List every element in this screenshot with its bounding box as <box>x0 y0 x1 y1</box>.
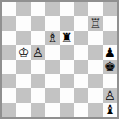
square-d6[interactable]: ♗ <box>45 31 59 45</box>
square-h4[interactable]: ♚ <box>103 60 117 74</box>
square-d5[interactable] <box>45 45 59 59</box>
square-g1[interactable] <box>88 103 102 117</box>
square-d8[interactable] <box>45 2 59 16</box>
white-bishop[interactable]: ♗ <box>46 31 58 44</box>
square-g4[interactable] <box>88 60 102 74</box>
black-bishop[interactable]: ♝ <box>104 103 116 116</box>
black-pawn[interactable]: ♟ <box>104 45 116 58</box>
square-e1[interactable] <box>60 103 74 117</box>
square-f7[interactable] <box>74 16 88 30</box>
square-h1[interactable]: ♝ <box>103 103 117 117</box>
square-e6[interactable]: ♜ <box>60 31 74 45</box>
square-c8[interactable] <box>31 2 45 16</box>
square-h5[interactable]: ♟ <box>103 45 117 59</box>
square-b3[interactable] <box>16 74 30 88</box>
square-a8[interactable] <box>2 2 16 16</box>
square-b7[interactable] <box>16 16 30 30</box>
square-e3[interactable] <box>60 74 74 88</box>
square-d7[interactable] <box>45 16 59 30</box>
square-a6[interactable] <box>2 31 16 45</box>
square-c2[interactable] <box>31 88 45 102</box>
square-e4[interactable] <box>60 60 74 74</box>
square-a7[interactable] <box>2 16 16 30</box>
square-e2[interactable] <box>60 88 74 102</box>
square-f1[interactable] <box>74 103 88 117</box>
white-pawn[interactable]: ♙ <box>32 45 44 58</box>
square-c5[interactable]: ♙ <box>31 45 45 59</box>
square-f3[interactable] <box>74 74 88 88</box>
square-a4[interactable] <box>2 60 16 74</box>
white-king[interactable]: ♔ <box>18 45 30 58</box>
white-rook[interactable]: ♖ <box>90 17 102 30</box>
square-f5[interactable] <box>74 45 88 59</box>
square-g5[interactable] <box>88 45 102 59</box>
square-h6[interactable] <box>103 31 117 45</box>
square-g3[interactable] <box>88 74 102 88</box>
square-b8[interactable] <box>16 2 30 16</box>
square-d3[interactable] <box>45 74 59 88</box>
square-g7[interactable]: ♖ <box>88 16 102 30</box>
square-e5[interactable] <box>60 45 74 59</box>
square-h2[interactable]: ♙ <box>103 88 117 102</box>
square-a1[interactable] <box>2 103 16 117</box>
square-b1[interactable] <box>16 103 30 117</box>
square-d4[interactable] <box>45 60 59 74</box>
square-g8[interactable] <box>88 2 102 16</box>
square-h7[interactable] <box>103 16 117 30</box>
square-b2[interactable] <box>16 88 30 102</box>
square-c7[interactable] <box>31 16 45 30</box>
square-b5[interactable]: ♔ <box>16 45 30 59</box>
square-f4[interactable] <box>74 60 88 74</box>
square-f6[interactable] <box>74 31 88 45</box>
square-f8[interactable] <box>74 2 88 16</box>
square-e7[interactable] <box>60 16 74 30</box>
square-h8[interactable] <box>103 2 117 16</box>
square-e8[interactable] <box>60 2 74 16</box>
square-b6[interactable] <box>16 31 30 45</box>
black-rook[interactable]: ♜ <box>61 31 73 44</box>
square-c6[interactable] <box>31 31 45 45</box>
square-f2[interactable] <box>74 88 88 102</box>
square-g6[interactable] <box>88 31 102 45</box>
black-king[interactable]: ♚ <box>104 60 116 73</box>
white-pawn[interactable]: ♙ <box>104 88 116 101</box>
square-c3[interactable] <box>31 74 45 88</box>
square-a2[interactable] <box>2 88 16 102</box>
square-a3[interactable] <box>2 74 16 88</box>
chess-board-frame: ♖♗♜♔♙♟♚♙♝ <box>0 0 119 119</box>
square-b4[interactable] <box>16 60 30 74</box>
square-a5[interactable] <box>2 45 16 59</box>
square-c1[interactable] <box>31 103 45 117</box>
square-c4[interactable] <box>31 60 45 74</box>
square-d2[interactable] <box>45 88 59 102</box>
chess-board: ♖♗♜♔♙♟♚♙♝ <box>2 2 117 117</box>
square-g2[interactable] <box>88 88 102 102</box>
square-h3[interactable] <box>103 74 117 88</box>
square-d1[interactable] <box>45 103 59 117</box>
